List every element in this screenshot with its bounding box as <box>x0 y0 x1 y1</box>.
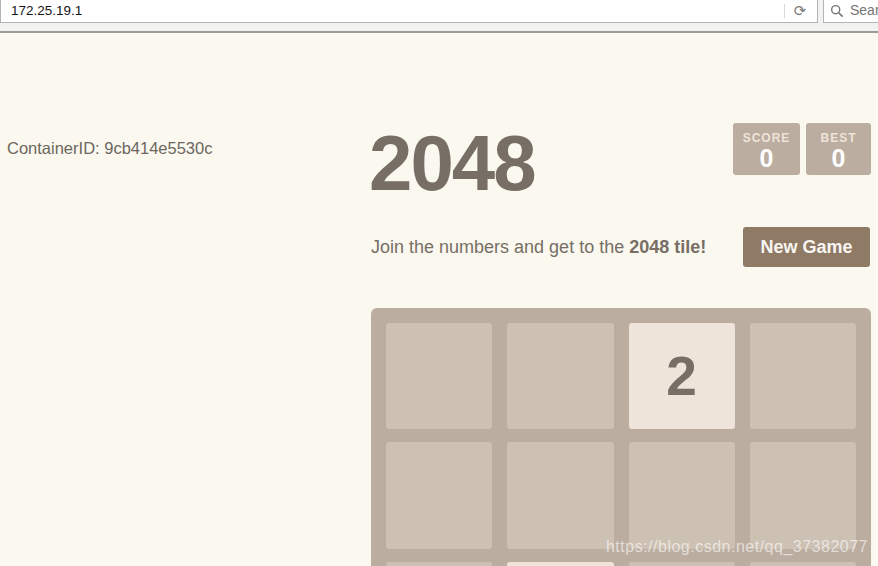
url-bar[interactable]: ⟳ <box>0 0 818 23</box>
new-game-button[interactable]: New Game <box>743 227 870 267</box>
subtitle: Join the numbers and get to the 2048 til… <box>371 237 706 258</box>
container-id-label: ContainerID: 9cb414e5530c <box>7 139 212 158</box>
score-box: SCORE 0 <box>733 123 800 175</box>
score-value: 0 <box>733 145 800 171</box>
watermark: https://blog.csdn.net/qq_37382077 <box>606 538 868 556</box>
board-cell-empty <box>750 323 856 429</box>
best-label: BEST <box>806 131 871 145</box>
board-cell-empty <box>386 562 492 566</box>
tile-2: 2 <box>507 562 613 566</box>
board-cell-empty <box>750 442 856 548</box>
url-divider <box>784 4 785 18</box>
board-cell-empty <box>629 442 735 548</box>
browser-toolbar: ⟳ <box>0 0 878 33</box>
best-value: 0 <box>806 145 871 171</box>
page-title: 2048 <box>369 123 535 203</box>
page-2048: ContainerID: 9cb414e5530c 2048 SCORE 0 B… <box>0 35 878 566</box>
tile-2: 2 <box>629 323 735 429</box>
board-cell-empty <box>629 562 735 566</box>
score-label: SCORE <box>733 131 800 145</box>
url-input[interactable] <box>11 3 611 18</box>
search-input[interactable] <box>850 2 878 18</box>
game-board: 22 <box>371 308 871 566</box>
subtitle-text: Join the numbers and get to the <box>371 237 629 257</box>
board-cell-empty <box>507 323 613 429</box>
board-cell-empty <box>750 562 856 566</box>
search-bar[interactable] <box>823 0 878 23</box>
board-cell-empty <box>386 442 492 548</box>
reload-icon[interactable]: ⟳ <box>787 0 813 22</box>
best-box: BEST 0 <box>806 123 871 175</box>
search-icon <box>830 4 844 18</box>
board-cell-empty <box>386 323 492 429</box>
subtitle-goal: 2048 tile! <box>629 237 706 257</box>
board-cell-empty <box>507 442 613 548</box>
